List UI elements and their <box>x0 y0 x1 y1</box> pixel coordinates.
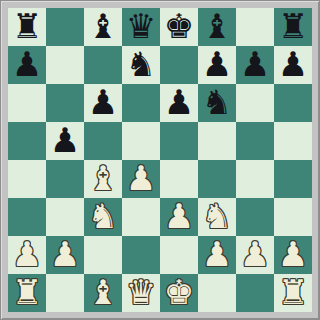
square-f4[interactable] <box>198 160 236 198</box>
piece-white-bishop: ♝ <box>88 160 118 197</box>
square-f1[interactable] <box>198 274 236 312</box>
square-g2[interactable]: ♟ <box>236 236 274 274</box>
piece-white-king: ♚ <box>164 274 194 311</box>
square-h5[interactable] <box>274 122 312 160</box>
piece-black-pawn: ♟ <box>240 46 270 83</box>
piece-black-knight: ♞ <box>126 46 156 83</box>
square-f6[interactable]: ♞ <box>198 84 236 122</box>
square-b6[interactable] <box>46 84 84 122</box>
square-e5[interactable] <box>160 122 198 160</box>
square-h6[interactable] <box>274 84 312 122</box>
square-a6[interactable] <box>8 84 46 122</box>
piece-black-pawn: ♟ <box>50 122 80 159</box>
square-f3[interactable]: ♞ <box>198 198 236 236</box>
square-c8[interactable]: ♝ <box>84 8 122 46</box>
piece-white-pawn: ♟ <box>202 236 232 273</box>
square-c5[interactable] <box>84 122 122 160</box>
square-g8[interactable] <box>236 8 274 46</box>
board-frame: ♜♝♛♚♝♜♟♞♟♟♟♟♟♞♟♝♟♞♟♞♟♟♟♟♟♜♝♛♚♜ <box>0 0 320 320</box>
piece-white-pawn: ♟ <box>50 236 80 273</box>
square-e6[interactable]: ♟ <box>160 84 198 122</box>
piece-black-bishop: ♝ <box>88 8 118 45</box>
piece-black-knight: ♞ <box>202 84 232 121</box>
square-a8[interactable]: ♜ <box>8 8 46 46</box>
square-h1[interactable]: ♜ <box>274 274 312 312</box>
square-b2[interactable]: ♟ <box>46 236 84 274</box>
piece-white-pawn: ♟ <box>12 236 42 273</box>
square-e8[interactable]: ♚ <box>160 8 198 46</box>
square-f8[interactable]: ♝ <box>198 8 236 46</box>
square-a2[interactable]: ♟ <box>8 236 46 274</box>
square-d1[interactable]: ♛ <box>122 274 160 312</box>
square-h7[interactable]: ♟ <box>274 46 312 84</box>
piece-black-pawn: ♟ <box>202 46 232 83</box>
square-b8[interactable] <box>46 8 84 46</box>
piece-white-pawn: ♟ <box>240 236 270 273</box>
piece-white-knight: ♞ <box>88 198 118 235</box>
square-b7[interactable] <box>46 46 84 84</box>
piece-white-queen: ♛ <box>126 274 156 311</box>
piece-black-pawn: ♟ <box>88 84 118 121</box>
square-a4[interactable] <box>8 160 46 198</box>
piece-black-king: ♚ <box>164 8 194 45</box>
square-e7[interactable] <box>160 46 198 84</box>
square-h8[interactable]: ♜ <box>274 8 312 46</box>
square-c6[interactable]: ♟ <box>84 84 122 122</box>
piece-white-bishop: ♝ <box>88 274 118 311</box>
piece-black-rook: ♜ <box>12 8 42 45</box>
square-g4[interactable] <box>236 160 274 198</box>
square-d4[interactable]: ♟ <box>122 160 160 198</box>
square-d3[interactable] <box>122 198 160 236</box>
square-c2[interactable] <box>84 236 122 274</box>
square-f5[interactable] <box>198 122 236 160</box>
square-h4[interactable] <box>274 160 312 198</box>
square-e2[interactable] <box>160 236 198 274</box>
square-c4[interactable]: ♝ <box>84 160 122 198</box>
square-d8[interactable]: ♛ <box>122 8 160 46</box>
square-d2[interactable] <box>122 236 160 274</box>
board: ♜♝♛♚♝♜♟♞♟♟♟♟♟♞♟♝♟♞♟♞♟♟♟♟♟♜♝♛♚♜ <box>8 8 312 312</box>
square-h2[interactable]: ♟ <box>274 236 312 274</box>
square-e3[interactable]: ♟ <box>160 198 198 236</box>
square-a1[interactable]: ♜ <box>8 274 46 312</box>
square-f2[interactable]: ♟ <box>198 236 236 274</box>
square-e4[interactable] <box>160 160 198 198</box>
piece-white-knight: ♞ <box>202 198 232 235</box>
square-d6[interactable] <box>122 84 160 122</box>
piece-white-pawn: ♟ <box>126 160 156 197</box>
square-g5[interactable] <box>236 122 274 160</box>
piece-white-rook: ♜ <box>12 274 42 311</box>
square-a3[interactable] <box>8 198 46 236</box>
piece-white-pawn: ♟ <box>164 198 194 235</box>
square-g7[interactable]: ♟ <box>236 46 274 84</box>
square-c3[interactable]: ♞ <box>84 198 122 236</box>
piece-black-queen: ♛ <box>126 8 156 45</box>
square-b1[interactable] <box>46 274 84 312</box>
square-b4[interactable] <box>46 160 84 198</box>
piece-black-pawn: ♟ <box>12 46 42 83</box>
square-c1[interactable]: ♝ <box>84 274 122 312</box>
square-c7[interactable] <box>84 46 122 84</box>
square-h3[interactable] <box>274 198 312 236</box>
piece-black-rook: ♜ <box>278 8 308 45</box>
piece-white-pawn: ♟ <box>278 236 308 273</box>
square-d7[interactable]: ♞ <box>122 46 160 84</box>
square-e1[interactable]: ♚ <box>160 274 198 312</box>
square-g1[interactable] <box>236 274 274 312</box>
piece-white-rook: ♜ <box>278 274 308 311</box>
square-a7[interactable]: ♟ <box>8 46 46 84</box>
square-b3[interactable] <box>46 198 84 236</box>
piece-black-pawn: ♟ <box>278 46 308 83</box>
square-f7[interactable]: ♟ <box>198 46 236 84</box>
square-a5[interactable] <box>8 122 46 160</box>
piece-black-bishop: ♝ <box>202 8 232 45</box>
square-g3[interactable] <box>236 198 274 236</box>
square-b5[interactable]: ♟ <box>46 122 84 160</box>
square-g6[interactable] <box>236 84 274 122</box>
square-d5[interactable] <box>122 122 160 160</box>
piece-black-pawn: ♟ <box>164 84 194 121</box>
